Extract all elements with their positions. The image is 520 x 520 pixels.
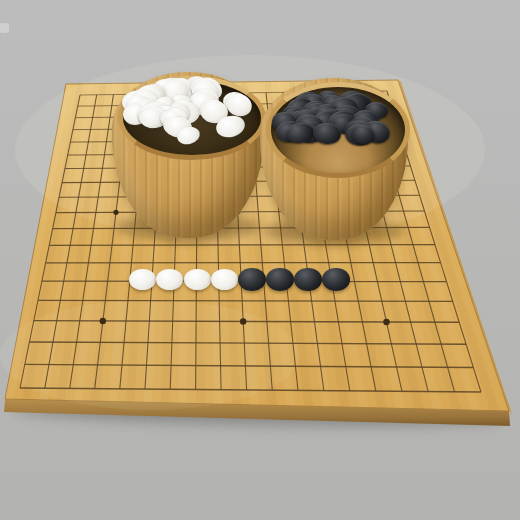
row-stone-black-3 [294,268,322,291]
white-stone-bowl [112,72,264,238]
row-stone-black-4 [322,268,350,291]
row-stone-white-3 [184,269,211,291]
black-stone-bowl [260,78,408,240]
grid-line-h-15 [38,300,453,301]
row-stone-white-4 [211,269,238,291]
row-stone-black-2 [266,268,294,291]
star-point-4-16 [100,318,106,324]
row-stone-white-2 [156,269,183,291]
star-point-16-16 [383,319,389,325]
grid-line-h-12 [49,245,435,246]
row-stone-black-1 [238,268,266,291]
star-point-10-16 [240,318,246,324]
go-set-photo [0,0,520,520]
row-stone-white-1 [129,269,156,291]
